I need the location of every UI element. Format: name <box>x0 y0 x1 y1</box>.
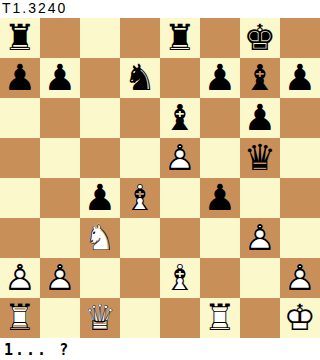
chess-board: ♜♜♚♟♟♞♟♝♟♝♟♟♙♛♟♝♗♟♞♘♟♙♟♙♟♙♝♗♟♙♜♖♛♕♜♖♚♔ <box>0 18 320 338</box>
square-b2[interactable]: ♟♙ <box>40 258 80 298</box>
square-d6[interactable] <box>120 98 160 138</box>
square-h1[interactable]: ♚♔ <box>280 298 320 338</box>
black-pawn: ♟ <box>280 58 320 98</box>
square-d7[interactable]: ♞ <box>120 58 160 98</box>
square-b8[interactable] <box>40 18 80 58</box>
square-g8[interactable]: ♚ <box>240 18 280 58</box>
square-d8[interactable] <box>120 18 160 58</box>
square-b3[interactable] <box>40 218 80 258</box>
square-a5[interactable] <box>0 138 40 178</box>
square-h8[interactable] <box>280 18 320 58</box>
square-f3[interactable] <box>200 218 240 258</box>
square-b4[interactable] <box>40 178 80 218</box>
header: T1.3240 <box>0 0 320 18</box>
white-bishop: ♝♗ <box>120 178 160 218</box>
square-f4[interactable]: ♟ <box>200 178 240 218</box>
square-b7[interactable]: ♟ <box>40 58 80 98</box>
square-b1[interactable] <box>40 298 80 338</box>
black-pawn: ♟ <box>240 98 280 138</box>
white-pawn: ♟♙ <box>0 258 40 298</box>
square-a1[interactable]: ♜♖ <box>0 298 40 338</box>
square-e8[interactable]: ♜ <box>160 18 200 58</box>
square-a3[interactable] <box>0 218 40 258</box>
square-e1[interactable] <box>160 298 200 338</box>
white-pawn: ♟♙ <box>160 138 200 178</box>
square-h4[interactable] <box>280 178 320 218</box>
black-pawn: ♟ <box>200 58 240 98</box>
black-pawn: ♟ <box>80 178 120 218</box>
square-h6[interactable] <box>280 98 320 138</box>
white-king: ♚♔ <box>280 298 320 338</box>
black-king: ♚ <box>240 18 280 58</box>
black-knight: ♞ <box>120 58 160 98</box>
square-h7[interactable]: ♟ <box>280 58 320 98</box>
square-g4[interactable] <box>240 178 280 218</box>
square-e4[interactable] <box>160 178 200 218</box>
white-rook: ♜♖ <box>0 298 40 338</box>
square-e6[interactable]: ♝ <box>160 98 200 138</box>
square-g3[interactable]: ♟♙ <box>240 218 280 258</box>
square-h3[interactable] <box>280 218 320 258</box>
square-a4[interactable] <box>0 178 40 218</box>
square-c4[interactable]: ♟ <box>80 178 120 218</box>
square-c3[interactable]: ♞♘ <box>80 218 120 258</box>
white-pawn: ♟♙ <box>40 258 80 298</box>
puzzle-id: T1.3240 <box>0 0 320 16</box>
square-g5[interactable]: ♛ <box>240 138 280 178</box>
square-a8[interactable]: ♜ <box>0 18 40 58</box>
square-h5[interactable] <box>280 138 320 178</box>
square-e3[interactable] <box>160 218 200 258</box>
white-bishop: ♝♗ <box>160 258 200 298</box>
black-rook: ♜ <box>0 18 40 58</box>
square-f5[interactable] <box>200 138 240 178</box>
square-f6[interactable] <box>200 98 240 138</box>
black-queen: ♛ <box>240 138 280 178</box>
black-rook: ♜ <box>160 18 200 58</box>
square-e7[interactable] <box>160 58 200 98</box>
square-d5[interactable] <box>120 138 160 178</box>
square-b5[interactable] <box>40 138 80 178</box>
square-d4[interactable]: ♝♗ <box>120 178 160 218</box>
square-c8[interactable] <box>80 18 120 58</box>
square-c5[interactable] <box>80 138 120 178</box>
black-pawn: ♟ <box>0 58 40 98</box>
square-g1[interactable] <box>240 298 280 338</box>
square-g7[interactable]: ♝ <box>240 58 280 98</box>
square-f7[interactable]: ♟ <box>200 58 240 98</box>
square-e2[interactable]: ♝♗ <box>160 258 200 298</box>
square-d3[interactable] <box>120 218 160 258</box>
square-f2[interactable] <box>200 258 240 298</box>
square-b6[interactable] <box>40 98 80 138</box>
footer: 1... ? <box>0 338 320 360</box>
white-queen: ♛♕ <box>80 298 120 338</box>
square-h2[interactable]: ♟♙ <box>280 258 320 298</box>
square-c1[interactable]: ♛♕ <box>80 298 120 338</box>
move-prompt: 1... ? <box>0 338 320 360</box>
square-c6[interactable] <box>80 98 120 138</box>
square-f8[interactable] <box>200 18 240 58</box>
square-a7[interactable]: ♟ <box>0 58 40 98</box>
square-f1[interactable]: ♜♖ <box>200 298 240 338</box>
black-bishop: ♝ <box>240 58 280 98</box>
square-d1[interactable] <box>120 298 160 338</box>
square-a6[interactable] <box>0 98 40 138</box>
white-pawn: ♟♙ <box>280 258 320 298</box>
white-pawn: ♟♙ <box>240 218 280 258</box>
white-rook: ♜♖ <box>200 298 240 338</box>
square-g6[interactable]: ♟ <box>240 98 280 138</box>
white-knight: ♞♘ <box>80 218 120 258</box>
black-pawn: ♟ <box>40 58 80 98</box>
square-e5[interactable]: ♟♙ <box>160 138 200 178</box>
black-pawn: ♟ <box>200 178 240 218</box>
square-c7[interactable] <box>80 58 120 98</box>
square-c2[interactable] <box>80 258 120 298</box>
square-a2[interactable]: ♟♙ <box>0 258 40 298</box>
black-bishop: ♝ <box>160 98 200 138</box>
square-d2[interactable] <box>120 258 160 298</box>
square-g2[interactable] <box>240 258 280 298</box>
